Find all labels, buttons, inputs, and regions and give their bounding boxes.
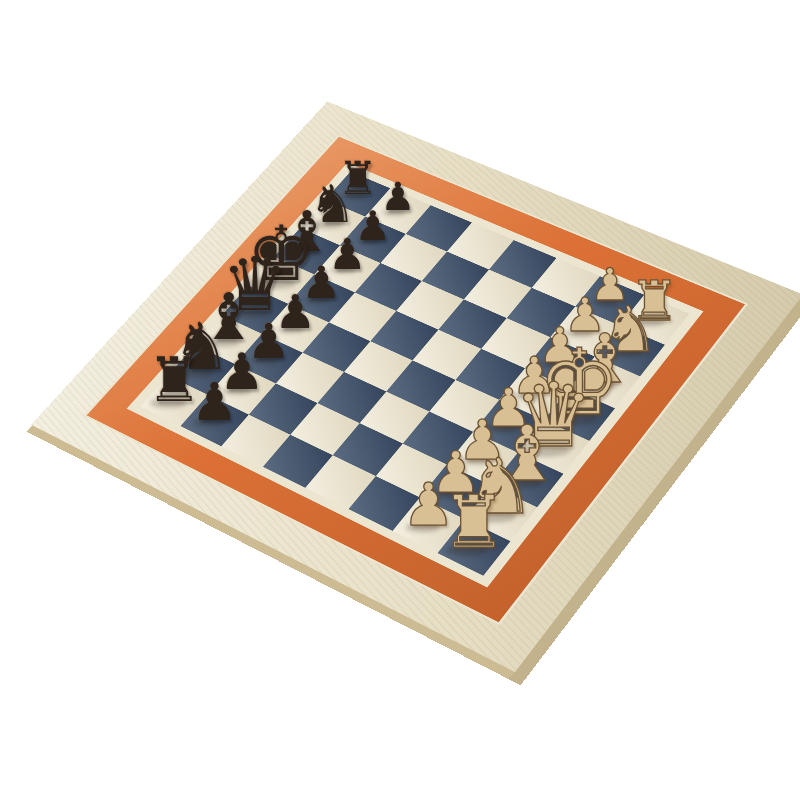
black-pawn[interactable]: ♟ (191, 376, 238, 428)
pieces-layer: ♜♟♞♟♝♟♚♟♟♛♜♟♟♝♞♟♟♞♝♟♟♜♚♟♟♛♟♝♟♞♟♜ (0, 0, 800, 800)
chess-set-photo: ♜♟♞♟♝♟♚♟♟♛♜♟♟♝♞♟♟♞♝♟♟♜♚♟♟♛♟♝♟♞♟♜ (0, 0, 800, 800)
white-rook[interactable]: ♜ (441, 486, 506, 559)
